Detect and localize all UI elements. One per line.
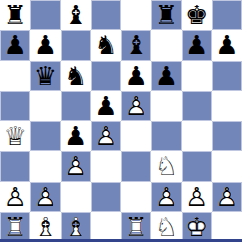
square-c7[interactable] (61, 30, 91, 60)
chess-board-grid: ♜♝♜♚♟♟♞♝♟♟♛♞♟♟♟♟♙♛♕♟♟♙♟♙♞♘♟♙♟♙♟♙♟♙♟♙♜♖♝♗… (0, 0, 242, 242)
square-f1[interactable]: ♞♘ (151, 212, 181, 242)
piece-black-knight-icon: ♞ (64, 61, 87, 91)
square-g8[interactable]: ♚ (182, 0, 212, 30)
square-b3[interactable] (30, 151, 60, 181)
piece-white-knight-icon: ♞♘ (155, 151, 178, 181)
piece-white-pawn-icon: ♟♙ (185, 182, 208, 212)
square-f7[interactable] (151, 30, 181, 60)
piece-black-pawn-icon: ♟ (155, 61, 178, 91)
square-c8[interactable]: ♝ (61, 0, 91, 30)
square-g7[interactable]: ♟ (182, 30, 212, 60)
square-e1[interactable]: ♜♖ (121, 212, 151, 242)
piece-black-pawn-icon: ♟ (94, 91, 117, 121)
piece-white-pawn-icon: ♟♙ (34, 182, 57, 212)
piece-black-knight-icon: ♞ (94, 30, 117, 60)
square-e4[interactable] (121, 121, 151, 151)
square-a2[interactable]: ♟♙ (0, 182, 30, 212)
square-b6[interactable]: ♛ (30, 61, 60, 91)
square-e5[interactable]: ♟♙ (121, 91, 151, 121)
chess-board: ♜♝♜♚♟♟♞♝♟♟♛♞♟♟♟♟♙♛♕♟♟♙♟♙♞♘♟♙♟♙♟♙♟♙♟♙♜♖♝♗… (0, 0, 242, 242)
piece-white-rook-icon: ♜♖ (3, 212, 26, 242)
square-b2[interactable]: ♟♙ (30, 182, 60, 212)
piece-black-queen-icon: ♛ (34, 61, 57, 91)
square-h6[interactable] (212, 61, 242, 91)
square-h7[interactable]: ♟ (212, 30, 242, 60)
square-e2[interactable] (121, 182, 151, 212)
square-f6[interactable]: ♟ (151, 61, 181, 91)
square-h3[interactable] (212, 151, 242, 181)
square-d1[interactable] (91, 212, 121, 242)
piece-black-king-icon: ♚ (185, 0, 208, 30)
piece-white-pawn-icon: ♟♙ (64, 151, 87, 181)
square-e8[interactable] (121, 0, 151, 30)
square-d4[interactable]: ♟♙ (91, 121, 121, 151)
piece-white-queen-icon: ♛♕ (3, 121, 26, 151)
piece-black-pawn-icon: ♟ (34, 30, 57, 60)
piece-black-rook-icon: ♜ (155, 0, 178, 30)
square-d2[interactable] (91, 182, 121, 212)
piece-white-pawn-icon: ♟♙ (3, 182, 26, 212)
piece-white-bishop-icon: ♝♗ (64, 212, 87, 242)
square-d8[interactable] (91, 0, 121, 30)
square-a3[interactable] (0, 151, 30, 181)
piece-white-bishop-icon: ♝♗ (34, 212, 57, 242)
square-a4[interactable]: ♛♕ (0, 121, 30, 151)
square-h4[interactable] (212, 121, 242, 151)
square-b1[interactable]: ♝♗ (30, 212, 60, 242)
square-b7[interactable]: ♟ (30, 30, 60, 60)
square-d5[interactable]: ♟ (91, 91, 121, 121)
square-g6[interactable] (182, 61, 212, 91)
square-h5[interactable] (212, 91, 242, 121)
square-e7[interactable]: ♝ (121, 30, 151, 60)
square-c5[interactable] (61, 91, 91, 121)
square-c2[interactable] (61, 182, 91, 212)
piece-black-pawn-icon: ♟ (185, 30, 208, 60)
square-c6[interactable]: ♞ (61, 61, 91, 91)
piece-black-pawn-icon: ♟ (215, 30, 238, 60)
square-a1[interactable]: ♜♖ (0, 212, 30, 242)
piece-black-pawn-icon: ♟ (124, 61, 147, 91)
square-f4[interactable] (151, 121, 181, 151)
square-c4[interactable]: ♟ (61, 121, 91, 151)
square-e6[interactable]: ♟ (121, 61, 151, 91)
square-g4[interactable] (182, 121, 212, 151)
piece-white-pawn-icon: ♟♙ (124, 91, 147, 121)
square-f3[interactable]: ♞♘ (151, 151, 181, 181)
square-g5[interactable] (182, 91, 212, 121)
square-a6[interactable] (0, 61, 30, 91)
piece-white-knight-icon: ♞♘ (155, 212, 178, 242)
square-b8[interactable] (30, 0, 60, 30)
square-a5[interactable] (0, 91, 30, 121)
piece-white-pawn-icon: ♟♙ (94, 121, 117, 151)
square-f5[interactable] (151, 91, 181, 121)
square-d6[interactable] (91, 61, 121, 91)
square-a8[interactable]: ♜ (0, 0, 30, 30)
square-f8[interactable]: ♜ (151, 0, 181, 30)
piece-white-king-icon: ♚♔ (185, 212, 208, 242)
square-a7[interactable]: ♟ (0, 30, 30, 60)
piece-black-pawn-icon: ♟ (3, 30, 26, 60)
piece-black-rook-icon: ♜ (3, 0, 26, 30)
piece-white-pawn-icon: ♟♙ (155, 182, 178, 212)
piece-black-bishop-icon: ♝ (124, 30, 147, 60)
piece-white-rook-icon: ♜♖ (124, 212, 147, 242)
square-h1[interactable] (212, 212, 242, 242)
square-g1[interactable]: ♚♔ (182, 212, 212, 242)
piece-black-pawn-icon: ♟ (64, 121, 87, 151)
square-g3[interactable] (182, 151, 212, 181)
piece-white-pawn-icon: ♟♙ (215, 182, 238, 212)
square-d3[interactable] (91, 151, 121, 181)
square-f2[interactable]: ♟♙ (151, 182, 181, 212)
square-d7[interactable]: ♞ (91, 30, 121, 60)
square-e3[interactable] (121, 151, 151, 181)
square-b5[interactable] (30, 91, 60, 121)
piece-black-bishop-icon: ♝ (64, 0, 87, 30)
square-g2[interactable]: ♟♙ (182, 182, 212, 212)
square-h2[interactable]: ♟♙ (212, 182, 242, 212)
square-c1[interactable]: ♝♗ (61, 212, 91, 242)
square-c3[interactable]: ♟♙ (61, 151, 91, 181)
square-b4[interactable] (30, 121, 60, 151)
square-h8[interactable] (212, 0, 242, 30)
